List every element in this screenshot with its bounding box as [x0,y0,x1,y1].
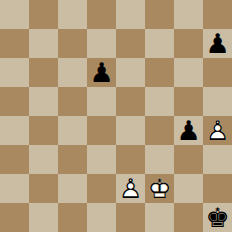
square-g1[interactable] [174,203,203,232]
white-king: ♚♔ [145,174,174,203]
square-f6[interactable] [145,58,174,87]
square-f2[interactable]: ♚♔ [145,174,174,203]
square-c5[interactable] [58,87,87,116]
square-g6[interactable] [174,58,203,87]
white-pawn: ♟♙ [116,174,145,203]
square-a8[interactable] [0,0,29,29]
square-c3[interactable] [58,145,87,174]
chess-board: ♟♟♟♟♙♟♙♚♔♚ [0,0,232,232]
square-c8[interactable] [58,0,87,29]
square-a1[interactable] [0,203,29,232]
square-b2[interactable] [29,174,58,203]
square-b3[interactable] [29,145,58,174]
square-c4[interactable] [58,116,87,145]
square-d4[interactable] [87,116,116,145]
square-a4[interactable] [0,116,29,145]
black-pawn-glyph: ♟ [87,58,116,87]
square-h4[interactable]: ♟♙ [203,116,232,145]
square-b5[interactable] [29,87,58,116]
square-e8[interactable] [116,0,145,29]
square-d2[interactable] [87,174,116,203]
black-pawn: ♟ [203,29,232,58]
square-c7[interactable] [58,29,87,58]
square-b8[interactable] [29,0,58,29]
square-e6[interactable] [116,58,145,87]
square-c2[interactable] [58,174,87,203]
square-d3[interactable] [87,145,116,174]
square-b7[interactable] [29,29,58,58]
square-d7[interactable] [87,29,116,58]
black-pawn-glyph: ♟ [174,116,203,145]
square-d1[interactable] [87,203,116,232]
square-g8[interactable] [174,0,203,29]
black-pawn: ♟ [87,58,116,87]
square-d6[interactable]: ♟ [87,58,116,87]
square-e2[interactable]: ♟♙ [116,174,145,203]
square-f3[interactable] [145,145,174,174]
black-king: ♚ [203,203,232,232]
square-a3[interactable] [0,145,29,174]
white-pawn: ♟♙ [203,116,232,145]
square-e7[interactable] [116,29,145,58]
square-g3[interactable] [174,145,203,174]
square-h3[interactable] [203,145,232,174]
square-b1[interactable] [29,203,58,232]
square-e3[interactable] [116,145,145,174]
square-h8[interactable] [203,0,232,29]
square-h2[interactable] [203,174,232,203]
square-a2[interactable] [0,174,29,203]
black-pawn-glyph: ♟ [203,29,232,58]
square-a5[interactable] [0,87,29,116]
square-c6[interactable] [58,58,87,87]
square-a6[interactable] [0,58,29,87]
square-f8[interactable] [145,0,174,29]
white-pawn-outline: ♙ [116,174,145,203]
square-e1[interactable] [116,203,145,232]
square-g7[interactable] [174,29,203,58]
square-h6[interactable] [203,58,232,87]
square-b6[interactable] [29,58,58,87]
square-g4[interactable]: ♟ [174,116,203,145]
square-f4[interactable] [145,116,174,145]
black-pawn: ♟ [174,116,203,145]
square-c1[interactable] [58,203,87,232]
white-king-outline: ♔ [145,174,174,203]
square-b4[interactable] [29,116,58,145]
square-g2[interactable] [174,174,203,203]
square-f7[interactable] [145,29,174,58]
black-king-glyph: ♚ [203,203,232,232]
square-h7[interactable]: ♟ [203,29,232,58]
square-g5[interactable] [174,87,203,116]
square-e4[interactable] [116,116,145,145]
square-d5[interactable] [87,87,116,116]
square-a7[interactable] [0,29,29,58]
square-f5[interactable] [145,87,174,116]
white-pawn-outline: ♙ [203,116,232,145]
square-e5[interactable] [116,87,145,116]
square-h1[interactable]: ♚ [203,203,232,232]
square-f1[interactable] [145,203,174,232]
square-h5[interactable] [203,87,232,116]
square-d8[interactable] [87,0,116,29]
